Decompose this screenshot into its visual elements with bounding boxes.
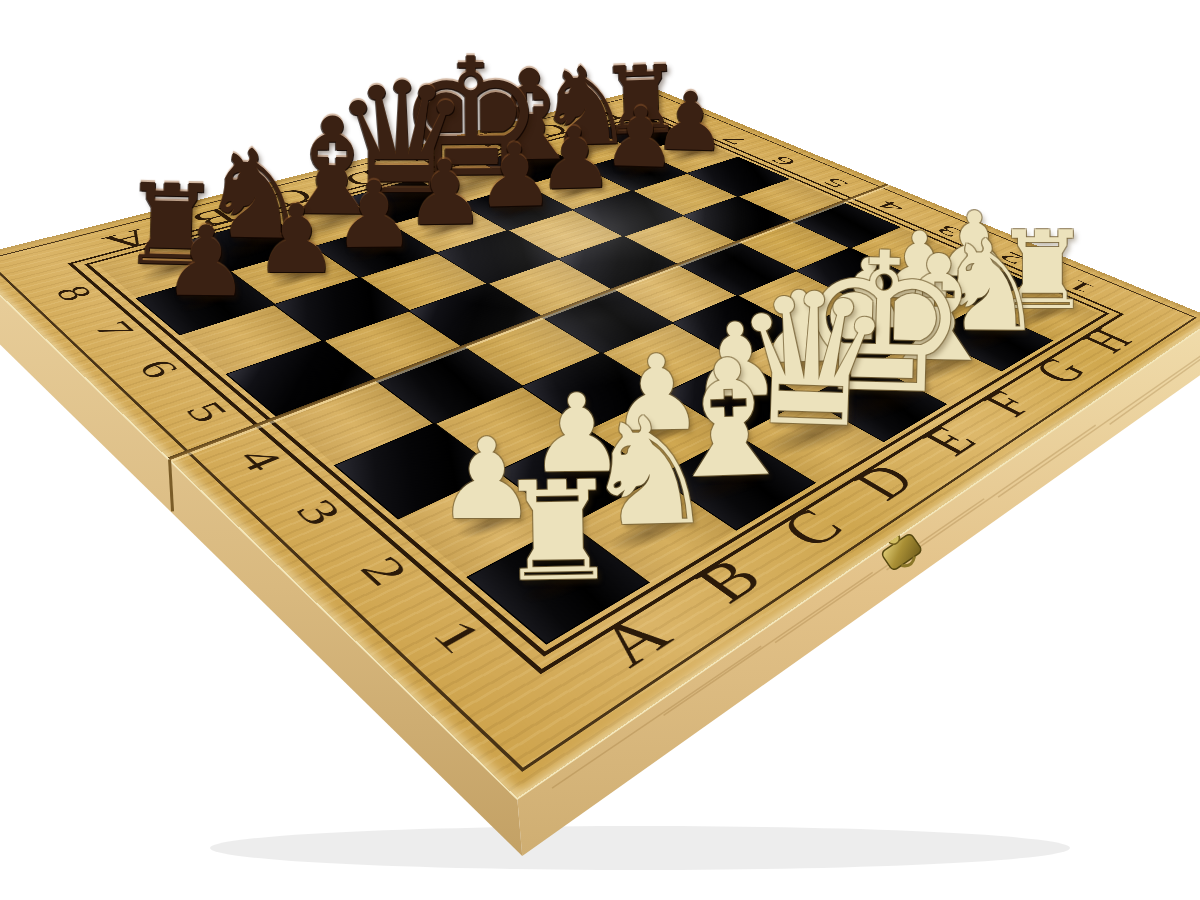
chess-box-photo: ABCDEFGH ABCDEFGH 87654321 87654321 ♜♞♝♛… bbox=[0, 0, 1200, 900]
ground-shadow bbox=[210, 826, 1070, 870]
